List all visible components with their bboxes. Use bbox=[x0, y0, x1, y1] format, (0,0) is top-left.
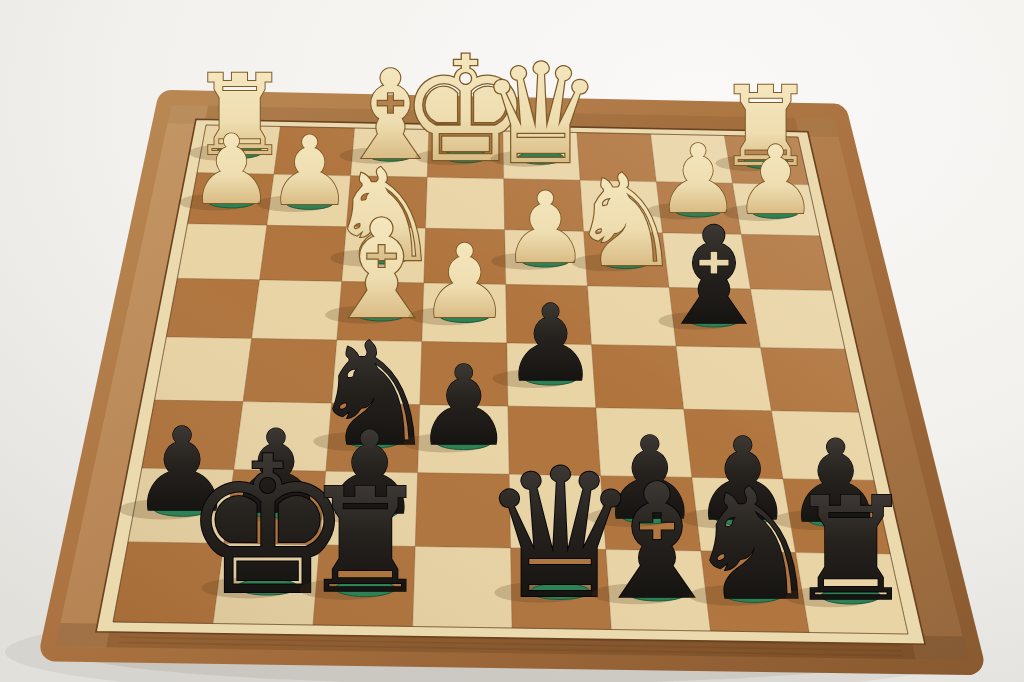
black-pawn-glyph: ♟ bbox=[503, 282, 598, 405]
photo-scene: ♜♝♚♛♜♟♟♟♟♞♟♞♝♟♝♟♞♟♟♟♟♟♟♟♚♜♛♝♞♜ bbox=[0, 0, 1024, 682]
black-bishop-glyph: ♝ bbox=[654, 198, 775, 355]
piece-black-bishop-b4[interactable]: ♝ bbox=[654, 198, 775, 355]
piece-black-rook-f8[interactable]: ♜ bbox=[299, 457, 430, 625]
white-pawn-glyph: ♟ bbox=[189, 114, 275, 225]
chessboard: ♜♝♚♛♜♟♟♟♟♞♟♞♝♟♝♟♞♟♟♟♟♟♟♟♚♜♛♝♞♜ bbox=[0, 0, 1024, 682]
black-rook-glyph: ♜ bbox=[300, 457, 430, 625]
piece-black-rook-a8[interactable]: ♜ bbox=[786, 466, 915, 633]
black-rook-glyph: ♜ bbox=[787, 466, 915, 633]
piece-white-pawn-h2[interactable]: ♟ bbox=[179, 114, 274, 225]
